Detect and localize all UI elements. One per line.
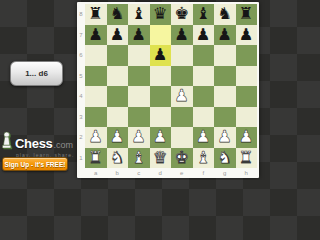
board-square-e7[interactable]: ♟ (171, 25, 193, 46)
board-square-e8[interactable]: ♚ (171, 4, 193, 25)
board-square-c4[interactable] (128, 86, 150, 107)
board-square-e3[interactable] (171, 107, 193, 128)
board-square-h2[interactable]: ♟ (236, 127, 258, 148)
piece-white-bishop[interactable]: ♝ (193, 148, 215, 169)
move-annotation: 1... d6 (10, 61, 63, 86)
board-square-c6[interactable] (128, 45, 150, 66)
file-label-a: a (85, 168, 107, 178)
piece-black-rook[interactable]: ♜ (85, 4, 107, 25)
chess-board-frame: 87654321 ♜♞♝♛♚♝♞♜♟♟♟♟♟♟♟♟♟♟♟♟♟♟♟♟♜♞♝♛♚♝♞… (77, 2, 259, 178)
piece-black-queen[interactable]: ♛ (150, 4, 172, 25)
board-square-h6[interactable] (236, 45, 258, 66)
piece-black-bishop[interactable]: ♝ (128, 4, 150, 25)
piece-white-knight[interactable]: ♞ (107, 148, 129, 169)
piece-black-pawn[interactable]: ♟ (128, 25, 150, 46)
board-square-a7[interactable]: ♟ (85, 25, 107, 46)
board-square-d5[interactable] (150, 66, 172, 87)
piece-white-pawn[interactable]: ♟ (236, 127, 258, 148)
board-square-g8[interactable]: ♞ (214, 4, 236, 25)
rank-label-6: 6 (77, 45, 85, 66)
file-label-g: g (214, 168, 236, 178)
board-square-b5[interactable] (107, 66, 129, 87)
rank-label-3: 3 (77, 107, 85, 128)
rank-label-5: 5 (77, 66, 85, 87)
board-square-f6[interactable] (193, 45, 215, 66)
file-label-d: d (150, 168, 172, 178)
rank-label-4: 4 (77, 86, 85, 107)
board-square-d1[interactable]: ♛ (150, 148, 172, 169)
board-square-h7[interactable]: ♟ (236, 25, 258, 46)
piece-black-pawn[interactable]: ♟ (171, 25, 193, 46)
file-label-e: e (171, 168, 193, 178)
piece-white-queen[interactable]: ♛ (150, 148, 172, 169)
board-square-c5[interactable] (128, 66, 150, 87)
pawn-logo-icon (2, 131, 14, 151)
board-square-e1[interactable]: ♚ (171, 148, 193, 169)
board-square-e4[interactable]: ♟ (171, 86, 193, 107)
piece-white-rook[interactable]: ♜ (85, 148, 107, 169)
board-square-d4[interactable] (150, 86, 172, 107)
board-square-d2[interactable]: ♟ (150, 127, 172, 148)
rank-label-1: 1 (77, 148, 85, 169)
piece-black-knight[interactable]: ♞ (107, 4, 129, 25)
board-square-g1[interactable]: ♞ (214, 148, 236, 169)
piece-black-pawn[interactable]: ♟ (214, 25, 236, 46)
file-label-h: h (236, 168, 258, 178)
file-label-f: f (193, 168, 215, 178)
piece-white-pawn[interactable]: ♟ (128, 127, 150, 148)
board-square-b1[interactable]: ♞ (107, 148, 129, 169)
signup-button-label: Sign Up - it's FREE! (5, 161, 66, 168)
board-square-g6[interactable] (214, 45, 236, 66)
board-square-b4[interactable] (107, 86, 129, 107)
board-square-f7[interactable]: ♟ (193, 25, 215, 46)
board-square-c1[interactable]: ♝ (128, 148, 150, 169)
rank-label-7: 7 (77, 25, 85, 46)
board-square-f5[interactable] (193, 66, 215, 87)
piece-black-pawn[interactable]: ♟ (107, 25, 129, 46)
board-square-c2[interactable]: ♟ (128, 127, 150, 148)
board-square-e6[interactable] (171, 45, 193, 66)
board-square-d8[interactable]: ♛ (150, 4, 172, 25)
board-square-f4[interactable] (193, 86, 215, 107)
piece-white-pawn[interactable]: ♟ (193, 127, 215, 148)
piece-black-pawn[interactable]: ♟ (85, 25, 107, 46)
piece-black-pawn[interactable]: ♟ (236, 25, 258, 46)
board-square-f2[interactable]: ♟ (193, 127, 215, 148)
board-square-d3[interactable] (150, 107, 172, 128)
board-square-a5[interactable] (85, 66, 107, 87)
piece-white-pawn[interactable]: ♟ (171, 86, 193, 107)
board-square-f8[interactable]: ♝ (193, 4, 215, 25)
board-square-g2[interactable]: ♟ (214, 127, 236, 148)
board-square-e5[interactable] (171, 66, 193, 87)
piece-white-knight[interactable]: ♞ (214, 148, 236, 169)
board-square-d6[interactable]: ♟ (150, 45, 172, 66)
board-square-g5[interactable] (214, 66, 236, 87)
board-square-f3[interactable] (193, 107, 215, 128)
piece-white-pawn[interactable]: ♟ (85, 127, 107, 148)
file-label-c: c (128, 168, 150, 178)
board-square-b8[interactable]: ♞ (107, 4, 129, 25)
board-square-a6[interactable] (85, 45, 107, 66)
rank-label-2: 2 (77, 127, 85, 148)
piece-white-king[interactable]: ♚ (171, 148, 193, 169)
board-square-c7[interactable]: ♟ (128, 25, 150, 46)
board-square-e2[interactable] (171, 127, 193, 148)
board-square-h8[interactable]: ♜ (236, 4, 258, 25)
board-square-c3[interactable] (128, 107, 150, 128)
board-square-c8[interactable]: ♝ (128, 4, 150, 25)
chess-board[interactable]: ♜♞♝♛♚♝♞♜♟♟♟♟♟♟♟♟♟♟♟♟♟♟♟♟♜♞♝♛♚♝♞♜ (85, 4, 257, 168)
board-square-g3[interactable] (214, 107, 236, 128)
piece-black-bishop[interactable]: ♝ (193, 4, 215, 25)
board-square-h1[interactable]: ♜ (236, 148, 258, 169)
rank-label-8: 8 (77, 4, 85, 25)
board-square-h4[interactable] (236, 86, 258, 107)
board-square-a4[interactable] (85, 86, 107, 107)
board-square-g7[interactable]: ♟ (214, 25, 236, 46)
move-annotation-text: 1... d6 (25, 69, 48, 78)
board-square-a3[interactable] (85, 107, 107, 128)
board-square-h3[interactable] (236, 107, 258, 128)
piece-black-pawn[interactable]: ♟ (150, 45, 172, 66)
piece-white-bishop[interactable]: ♝ (128, 148, 150, 169)
board-square-a2[interactable]: ♟ (85, 127, 107, 148)
piece-white-pawn[interactable]: ♟ (107, 127, 129, 148)
board-square-a8[interactable]: ♜ (85, 4, 107, 25)
signup-button[interactable]: Sign Up - it's FREE! (2, 157, 68, 171)
board-square-f1[interactable]: ♝ (193, 148, 215, 169)
logo-wordmark: Chess (15, 137, 53, 151)
file-label-b: b (107, 168, 129, 178)
piece-white-pawn[interactable]: ♟ (150, 127, 172, 148)
board-square-b3[interactable] (107, 107, 129, 128)
piece-white-rook[interactable]: ♜ (236, 148, 258, 169)
board-square-b6[interactable] (107, 45, 129, 66)
board-square-b2[interactable]: ♟ (107, 127, 129, 148)
board-square-g4[interactable] (214, 86, 236, 107)
board-square-h5[interactable] (236, 66, 258, 87)
piece-black-pawn[interactable]: ♟ (193, 25, 215, 46)
file-labels: abcdefgh (85, 168, 257, 178)
board-square-d7[interactable] (150, 25, 172, 46)
rank-labels: 87654321 (77, 4, 85, 168)
board-square-b7[interactable]: ♟ (107, 25, 129, 46)
board-square-a1[interactable]: ♜ (85, 148, 107, 169)
chesscom-logo[interactable]: Chess .com play. learn. share. (2, 130, 76, 158)
piece-black-knight[interactable]: ♞ (214, 4, 236, 25)
piece-black-king[interactable]: ♚ (171, 4, 193, 25)
piece-white-pawn[interactable]: ♟ (214, 127, 236, 148)
piece-black-rook[interactable]: ♜ (236, 4, 258, 25)
logo-wordmark-suffix: .com (54, 139, 74, 151)
